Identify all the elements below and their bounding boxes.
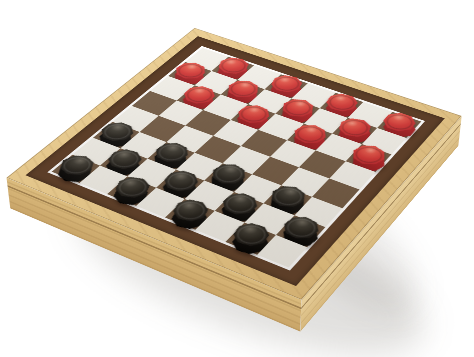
black-checker[interactable] [167, 200, 213, 228]
checker-side [228, 228, 273, 257]
checker-top [55, 152, 99, 178]
square-r8c7[interactable] [225, 222, 275, 254]
square-r5c7[interactable] [282, 167, 329, 196]
square-r5c5[interactable] [223, 146, 270, 174]
checker-top [207, 161, 252, 188]
square-r8c2[interactable] [79, 165, 128, 194]
square-r6c8[interactable] [294, 196, 343, 227]
checker-side [149, 146, 193, 172]
black-checker[interactable] [266, 186, 310, 214]
checker-side [53, 159, 97, 186]
checker-side [205, 167, 250, 194]
checker-top [278, 213, 325, 243]
checker-top [170, 198, 212, 224]
square-r4c7[interactable] [299, 150, 345, 178]
checker-top [113, 176, 153, 200]
square-r8c8[interactable] [257, 234, 308, 267]
square-r8c4[interactable] [136, 187, 185, 217]
square-r8c6[interactable] [195, 210, 245, 242]
black-checker[interactable] [54, 155, 98, 181]
checker-side [102, 153, 144, 178]
square-r7c2[interactable] [100, 148, 148, 176]
square-r3c8[interactable] [345, 144, 391, 172]
checker-side [158, 175, 202, 202]
checker-side [216, 197, 262, 226]
black-checker[interactable] [278, 216, 324, 245]
square-r8c1[interactable] [52, 154, 100, 182]
red-checker[interactable] [348, 145, 390, 171]
checker-top [159, 168, 203, 194]
checker-side [111, 183, 151, 207]
square-r6c4[interactable] [176, 152, 223, 180]
black-checker[interactable] [150, 143, 193, 168]
square-r7c8[interactable] [276, 215, 326, 247]
square-r5c6[interactable] [252, 157, 299, 185]
square-r7c4[interactable] [156, 169, 204, 198]
square-r5c8[interactable] [312, 178, 360, 208]
black-checker[interactable] [228, 223, 274, 253]
checker-top [229, 221, 273, 249]
checker-top [217, 190, 262, 218]
black-checker[interactable] [207, 164, 251, 190]
black-checker[interactable] [158, 170, 202, 197]
checker-top [104, 147, 146, 171]
square-r8c5[interactable] [165, 199, 215, 230]
black-checker[interactable] [217, 193, 262, 221]
square-r7c7[interactable] [245, 203, 294, 234]
checker-side [265, 190, 311, 218]
checker-top [266, 183, 312, 211]
square-r6c6[interactable] [234, 174, 282, 203]
black-checker[interactable] [102, 149, 146, 175]
checkers-box-photo [0, 0, 474, 357]
square-r7c5[interactable] [185, 181, 234, 211]
black-checker[interactable] [110, 177, 155, 204]
square-r6c7[interactable] [264, 185, 312, 215]
checker-side [277, 220, 324, 250]
square-r7c3[interactable] [128, 159, 176, 188]
checker-side [168, 205, 211, 231]
square-r6c5[interactable] [204, 163, 252, 192]
square-r4c8[interactable] [329, 161, 376, 190]
square-r7c6[interactable] [215, 192, 264, 222]
checker-side [347, 148, 391, 174]
square-r8c3[interactable] [107, 176, 156, 206]
